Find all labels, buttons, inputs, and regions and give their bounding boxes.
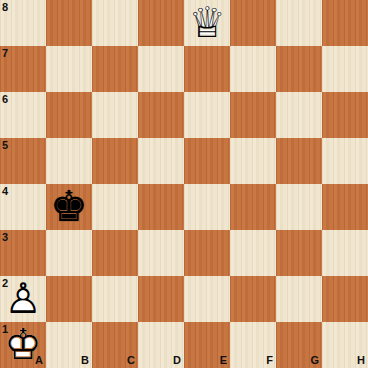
file-label-f: F bbox=[266, 355, 273, 366]
square-e7[interactable] bbox=[184, 46, 230, 92]
white-pawn-icon: ♙ bbox=[0, 276, 46, 322]
square-f2[interactable] bbox=[230, 276, 276, 322]
square-b1[interactable]: B bbox=[46, 322, 92, 368]
square-a6[interactable]: 6 bbox=[0, 92, 46, 138]
rank-label-5: 5 bbox=[2, 140, 8, 151]
square-d2[interactable] bbox=[138, 276, 184, 322]
square-c8[interactable] bbox=[92, 0, 138, 46]
square-g2[interactable] bbox=[276, 276, 322, 322]
square-e3[interactable] bbox=[184, 230, 230, 276]
square-g7[interactable] bbox=[276, 46, 322, 92]
square-f4[interactable] bbox=[230, 184, 276, 230]
square-d7[interactable] bbox=[138, 46, 184, 92]
rank-label-8: 8 bbox=[2, 2, 8, 13]
square-h3[interactable] bbox=[322, 230, 368, 276]
white-king-icon: ♔ bbox=[0, 322, 46, 368]
square-a2[interactable]: 2♟♙ bbox=[0, 276, 46, 322]
square-f3[interactable] bbox=[230, 230, 276, 276]
square-h4[interactable] bbox=[322, 184, 368, 230]
square-e4[interactable] bbox=[184, 184, 230, 230]
file-label-c: C bbox=[127, 355, 135, 366]
square-f1[interactable]: F bbox=[230, 322, 276, 368]
square-c3[interactable] bbox=[92, 230, 138, 276]
black-king-icon: ♚ bbox=[46, 184, 92, 230]
square-g5[interactable] bbox=[276, 138, 322, 184]
rank-label-6: 6 bbox=[2, 94, 8, 105]
square-e5[interactable] bbox=[184, 138, 230, 184]
square-e2[interactable] bbox=[184, 276, 230, 322]
file-label-b: B bbox=[81, 355, 89, 366]
file-label-g: G bbox=[310, 355, 319, 366]
square-g4[interactable] bbox=[276, 184, 322, 230]
square-d6[interactable] bbox=[138, 92, 184, 138]
square-b5[interactable] bbox=[46, 138, 92, 184]
square-a5[interactable]: 5 bbox=[0, 138, 46, 184]
square-b2[interactable] bbox=[46, 276, 92, 322]
square-g8[interactable] bbox=[276, 0, 322, 46]
square-f5[interactable] bbox=[230, 138, 276, 184]
square-c5[interactable] bbox=[92, 138, 138, 184]
square-d4[interactable] bbox=[138, 184, 184, 230]
square-h8[interactable] bbox=[322, 0, 368, 46]
square-g1[interactable]: G bbox=[276, 322, 322, 368]
piece-white-king[interactable]: ♚♔ bbox=[0, 322, 46, 368]
square-e8[interactable]: ♛♕ bbox=[184, 0, 230, 46]
square-h2[interactable] bbox=[322, 276, 368, 322]
square-f7[interactable] bbox=[230, 46, 276, 92]
file-label-d: D bbox=[173, 355, 181, 366]
square-c6[interactable] bbox=[92, 92, 138, 138]
square-b6[interactable] bbox=[46, 92, 92, 138]
square-e6[interactable] bbox=[184, 92, 230, 138]
square-d8[interactable] bbox=[138, 0, 184, 46]
square-g3[interactable] bbox=[276, 230, 322, 276]
square-f8[interactable] bbox=[230, 0, 276, 46]
square-d3[interactable] bbox=[138, 230, 184, 276]
piece-white-pawn[interactable]: ♟♙ bbox=[0, 276, 46, 322]
square-h6[interactable] bbox=[322, 92, 368, 138]
square-a8[interactable]: 8 bbox=[0, 0, 46, 46]
square-h1[interactable]: H bbox=[322, 322, 368, 368]
file-label-h: H bbox=[357, 355, 365, 366]
piece-black-king[interactable]: ♚ bbox=[46, 184, 92, 230]
square-a4[interactable]: 4 bbox=[0, 184, 46, 230]
square-c2[interactable] bbox=[92, 276, 138, 322]
rank-label-3: 3 bbox=[2, 232, 8, 243]
square-d1[interactable]: D bbox=[138, 322, 184, 368]
square-b3[interactable] bbox=[46, 230, 92, 276]
rank-label-4: 4 bbox=[2, 186, 8, 197]
rank-label-7: 7 bbox=[2, 48, 8, 59]
square-f6[interactable] bbox=[230, 92, 276, 138]
square-a7[interactable]: 7 bbox=[0, 46, 46, 92]
white-queen-icon: ♕ bbox=[184, 0, 230, 46]
square-b4[interactable]: ♚ bbox=[46, 184, 92, 230]
square-c7[interactable] bbox=[92, 46, 138, 92]
square-c1[interactable]: C bbox=[92, 322, 138, 368]
file-label-e: E bbox=[220, 355, 227, 366]
square-a3[interactable]: 3 bbox=[0, 230, 46, 276]
square-c4[interactable] bbox=[92, 184, 138, 230]
square-h7[interactable] bbox=[322, 46, 368, 92]
square-b7[interactable] bbox=[46, 46, 92, 92]
square-g6[interactable] bbox=[276, 92, 322, 138]
square-h5[interactable] bbox=[322, 138, 368, 184]
chess-board: 8♛♕7654♚32♟♙1A♚♔BCDEFGH bbox=[0, 0, 368, 368]
square-b8[interactable] bbox=[46, 0, 92, 46]
square-e1[interactable]: E bbox=[184, 322, 230, 368]
piece-white-queen[interactable]: ♛♕ bbox=[184, 0, 230, 46]
square-d5[interactable] bbox=[138, 138, 184, 184]
square-a1[interactable]: 1A♚♔ bbox=[0, 322, 46, 368]
